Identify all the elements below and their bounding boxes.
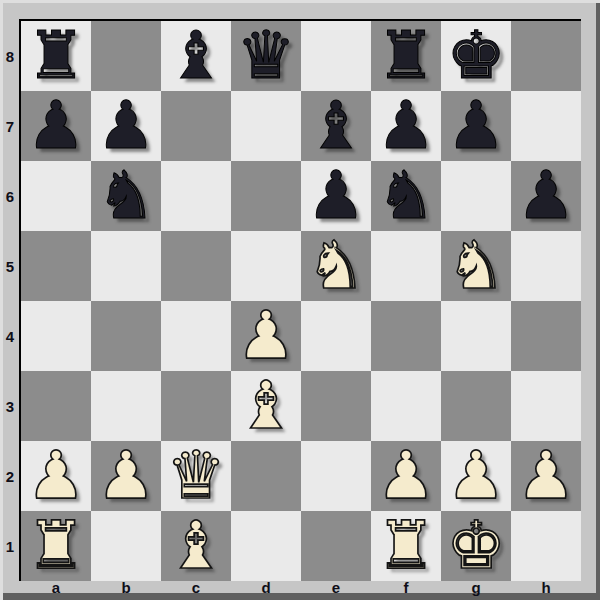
square-e2[interactable] xyxy=(301,441,371,511)
rank-labels: 87654321 xyxy=(0,21,18,581)
square-c4[interactable] xyxy=(161,301,231,371)
square-a5[interactable] xyxy=(21,231,91,301)
square-h7[interactable] xyxy=(511,91,581,161)
black-pawn-e6[interactable]: ♟ xyxy=(306,161,365,231)
file-labels: abcdefgh xyxy=(21,579,581,595)
square-d8[interactable]: ♛ xyxy=(231,21,301,91)
square-c3[interactable] xyxy=(161,371,231,441)
square-a8[interactable]: ♜ xyxy=(21,21,91,91)
black-pawn-a7[interactable]: ♟ xyxy=(26,91,85,161)
square-b3[interactable] xyxy=(91,371,161,441)
square-e1[interactable] xyxy=(301,511,371,581)
file-label-b: b xyxy=(91,579,161,596)
square-d4[interactable]: ♟ xyxy=(231,301,301,371)
black-bishop-c8[interactable]: ♝ xyxy=(166,21,225,91)
white-rook-a1[interactable]: ♜ xyxy=(26,511,85,581)
square-g5[interactable]: ♞ xyxy=(441,231,511,301)
square-g7[interactable]: ♟ xyxy=(441,91,511,161)
file-label-d: d xyxy=(231,579,301,596)
square-d1[interactable] xyxy=(231,511,301,581)
rank-label-3: 3 xyxy=(0,371,18,441)
black-pawn-f7[interactable]: ♟ xyxy=(376,91,435,161)
square-e6[interactable]: ♟ xyxy=(301,161,371,231)
white-knight-e5[interactable]: ♞ xyxy=(306,231,365,301)
square-g4[interactable] xyxy=(441,301,511,371)
black-rook-f8[interactable]: ♜ xyxy=(376,21,435,91)
square-a6[interactable] xyxy=(21,161,91,231)
square-a7[interactable]: ♟ xyxy=(21,91,91,161)
black-king-g8[interactable]: ♚ xyxy=(446,21,505,91)
black-rook-a8[interactable]: ♜ xyxy=(26,21,85,91)
square-c2[interactable]: ♛ xyxy=(161,441,231,511)
square-f7[interactable]: ♟ xyxy=(371,91,441,161)
square-g3[interactable] xyxy=(441,371,511,441)
file-label-a: a xyxy=(21,579,91,596)
square-f2[interactable]: ♟ xyxy=(371,441,441,511)
square-h3[interactable] xyxy=(511,371,581,441)
square-g8[interactable]: ♚ xyxy=(441,21,511,91)
square-b7[interactable]: ♟ xyxy=(91,91,161,161)
square-d6[interactable] xyxy=(231,161,301,231)
file-label-h: h xyxy=(511,579,581,596)
square-e7[interactable]: ♝ xyxy=(301,91,371,161)
rank-label-8: 8 xyxy=(0,21,18,91)
square-e8[interactable] xyxy=(301,21,371,91)
square-e3[interactable] xyxy=(301,371,371,441)
white-rook-f1[interactable]: ♜ xyxy=(376,511,435,581)
black-pawn-g7[interactable]: ♟ xyxy=(446,91,505,161)
square-d3[interactable]: ♝ xyxy=(231,371,301,441)
square-f8[interactable]: ♜ xyxy=(371,21,441,91)
square-b1[interactable] xyxy=(91,511,161,581)
square-h8[interactable] xyxy=(511,21,581,91)
black-queen-d8[interactable]: ♛ xyxy=(236,21,295,91)
rank-label-5: 5 xyxy=(0,231,18,301)
square-c5[interactable] xyxy=(161,231,231,301)
rank-label-4: 4 xyxy=(0,301,18,371)
square-g2[interactable]: ♟ xyxy=(441,441,511,511)
square-h6[interactable]: ♟ xyxy=(511,161,581,231)
square-f6[interactable]: ♞ xyxy=(371,161,441,231)
square-d5[interactable] xyxy=(231,231,301,301)
square-e4[interactable] xyxy=(301,301,371,371)
rank-label-1: 1 xyxy=(0,511,18,581)
square-a2[interactable]: ♟ xyxy=(21,441,91,511)
black-pawn-b7[interactable]: ♟ xyxy=(96,91,155,161)
square-d2[interactable] xyxy=(231,441,301,511)
square-f4[interactable] xyxy=(371,301,441,371)
black-knight-b6[interactable]: ♞ xyxy=(96,161,155,231)
square-h1[interactable] xyxy=(511,511,581,581)
square-f3[interactable] xyxy=(371,371,441,441)
square-c6[interactable] xyxy=(161,161,231,231)
black-bishop-e7[interactable]: ♝ xyxy=(306,91,365,161)
white-pawn-g2[interactable]: ♟ xyxy=(446,441,505,511)
square-b5[interactable] xyxy=(91,231,161,301)
white-pawn-a2[interactable]: ♟ xyxy=(26,441,85,511)
chess-board[interactable]: ♜♝♛♜♚♟♟♝♟♟♞♟♞♟♞♞♟♝♟♟♛♟♟♟♜♝♜♚ xyxy=(19,19,581,581)
square-c8[interactable]: ♝ xyxy=(161,21,231,91)
square-f1[interactable]: ♜ xyxy=(371,511,441,581)
file-label-f: f xyxy=(371,579,441,596)
rank-label-7: 7 xyxy=(0,91,18,161)
white-king-g1[interactable]: ♚ xyxy=(446,511,505,581)
square-g6[interactable] xyxy=(441,161,511,231)
rank-label-2: 2 xyxy=(0,441,18,511)
white-bishop-c1[interactable]: ♝ xyxy=(166,511,225,581)
black-pawn-h6[interactable]: ♟ xyxy=(516,161,575,231)
square-c7[interactable] xyxy=(161,91,231,161)
white-pawn-f2[interactable]: ♟ xyxy=(376,441,435,511)
square-h5[interactable] xyxy=(511,231,581,301)
file-label-c: c xyxy=(161,579,231,596)
white-pawn-h2[interactable]: ♟ xyxy=(516,441,575,511)
black-knight-f6[interactable]: ♞ xyxy=(376,161,435,231)
rank-label-6: 6 xyxy=(0,161,18,231)
square-c1[interactable]: ♝ xyxy=(161,511,231,581)
white-pawn-d4[interactable]: ♟ xyxy=(236,301,295,371)
file-label-g: g xyxy=(441,579,511,596)
white-queen-c2[interactable]: ♛ xyxy=(166,441,225,511)
square-b2[interactable]: ♟ xyxy=(91,441,161,511)
white-knight-g5[interactable]: ♞ xyxy=(446,231,505,301)
square-b6[interactable]: ♞ xyxy=(91,161,161,231)
square-h2[interactable]: ♟ xyxy=(511,441,581,511)
square-h4[interactable] xyxy=(511,301,581,371)
square-b8[interactable] xyxy=(91,21,161,91)
square-a3[interactable] xyxy=(21,371,91,441)
square-g1[interactable]: ♚ xyxy=(441,511,511,581)
square-d7[interactable] xyxy=(231,91,301,161)
file-label-e: e xyxy=(301,579,371,596)
square-e5[interactable]: ♞ xyxy=(301,231,371,301)
square-b4[interactable] xyxy=(91,301,161,371)
square-f5[interactable] xyxy=(371,231,441,301)
square-a4[interactable] xyxy=(21,301,91,371)
square-a1[interactable]: ♜ xyxy=(21,511,91,581)
chess-diagram-frame: 87654321 ♜♝♛♜♚♟♟♝♟♟♞♟♞♟♞♞♟♝♟♟♛♟♟♟♜♝♜♚ ab… xyxy=(0,0,600,600)
white-bishop-d3[interactable]: ♝ xyxy=(236,371,295,441)
white-pawn-b2[interactable]: ♟ xyxy=(96,441,155,511)
